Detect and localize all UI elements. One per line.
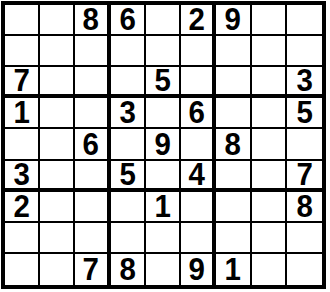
given-digit: 3 bbox=[119, 98, 135, 128]
cell-r5c5[interactable]: 9 bbox=[146, 129, 181, 160]
cell-r2c5[interactable] bbox=[146, 36, 181, 67]
given-digit: 7 bbox=[296, 161, 312, 190]
cell-r9c9[interactable] bbox=[287, 254, 322, 285]
cell-r5c6[interactable] bbox=[181, 129, 216, 160]
cell-r7c1[interactable]: 2 bbox=[5, 192, 40, 223]
given-digit: 9 bbox=[189, 254, 205, 285]
cell-r8c1[interactable] bbox=[5, 223, 40, 254]
cell-r3c3[interactable] bbox=[75, 67, 110, 98]
cell-r8c4[interactable] bbox=[111, 223, 146, 254]
cell-r7c8[interactable] bbox=[252, 192, 287, 223]
cell-r9c8[interactable] bbox=[252, 254, 287, 285]
cell-r4c1[interactable]: 1 bbox=[5, 98, 40, 129]
cell-r2c1[interactable] bbox=[5, 36, 40, 67]
cell-r1c6[interactable]: 2 bbox=[181, 5, 216, 36]
cell-r3c1[interactable]: 7 bbox=[5, 67, 40, 98]
cell-r1c2[interactable] bbox=[40, 5, 75, 36]
cell-r6c2[interactable] bbox=[40, 161, 75, 192]
cell-r2c4[interactable] bbox=[111, 36, 146, 67]
given-digit: 7 bbox=[13, 67, 29, 96]
given-digit: 9 bbox=[225, 5, 241, 35]
cell-r5c7[interactable]: 8 bbox=[216, 129, 251, 160]
cell-r9c7[interactable]: 1 bbox=[216, 254, 251, 285]
cell-r2c8[interactable] bbox=[252, 36, 287, 67]
cell-r4c5[interactable] bbox=[146, 98, 181, 129]
given-digit: 7 bbox=[83, 254, 99, 285]
cell-r3c4[interactable] bbox=[111, 67, 146, 98]
cell-r5c3[interactable]: 6 bbox=[75, 129, 110, 160]
cell-r3c5[interactable]: 5 bbox=[146, 67, 181, 98]
cell-r1c3[interactable]: 8 bbox=[75, 5, 110, 36]
cell-r1c1[interactable] bbox=[5, 5, 40, 36]
cell-r7c6[interactable] bbox=[181, 192, 216, 223]
cell-r1c7[interactable]: 9 bbox=[216, 5, 251, 36]
cell-r2c6[interactable] bbox=[181, 36, 216, 67]
cell-r4c2[interactable] bbox=[40, 98, 75, 129]
cell-r7c5[interactable]: 1 bbox=[146, 192, 181, 223]
cell-r2c7[interactable] bbox=[216, 36, 251, 67]
cell-r7c2[interactable] bbox=[40, 192, 75, 223]
given-digit: 5 bbox=[296, 98, 312, 128]
cell-r3c7[interactable] bbox=[216, 67, 251, 98]
cell-r5c8[interactable] bbox=[252, 129, 287, 160]
given-digit: 2 bbox=[13, 192, 29, 222]
cell-r5c9[interactable] bbox=[287, 129, 322, 160]
cell-r9c2[interactable] bbox=[40, 254, 75, 285]
cell-r2c2[interactable] bbox=[40, 36, 75, 67]
cell-r6c6[interactable]: 4 bbox=[181, 161, 216, 192]
cell-r8c8[interactable] bbox=[252, 223, 287, 254]
cell-r5c4[interactable] bbox=[111, 129, 146, 160]
cell-r5c2[interactable] bbox=[40, 129, 75, 160]
given-digit: 1 bbox=[225, 254, 241, 285]
cell-r1c9[interactable] bbox=[287, 5, 322, 36]
cell-r6c9[interactable]: 7 bbox=[287, 161, 322, 192]
cell-r7c4[interactable] bbox=[111, 192, 146, 223]
cell-r7c7[interactable] bbox=[216, 192, 251, 223]
cell-r6c8[interactable] bbox=[252, 161, 287, 192]
given-digit: 9 bbox=[154, 129, 170, 159]
cell-r4c7[interactable] bbox=[216, 98, 251, 129]
cell-r9c1[interactable] bbox=[5, 254, 40, 285]
given-digit: 6 bbox=[119, 5, 135, 35]
cell-r8c6[interactable] bbox=[181, 223, 216, 254]
cell-r9c6[interactable]: 9 bbox=[181, 254, 216, 285]
cell-r3c6[interactable] bbox=[181, 67, 216, 98]
given-digit: 8 bbox=[83, 5, 99, 35]
cell-r6c3[interactable] bbox=[75, 161, 110, 192]
cell-r3c9[interactable]: 3 bbox=[287, 67, 322, 98]
cell-r4c8[interactable] bbox=[252, 98, 287, 129]
cell-r4c6[interactable]: 6 bbox=[181, 98, 216, 129]
cell-r8c7[interactable] bbox=[216, 223, 251, 254]
cell-r2c9[interactable] bbox=[287, 36, 322, 67]
sudoku-board: 8629753136569835472187891 bbox=[1, 1, 326, 289]
given-digit: 8 bbox=[225, 129, 241, 159]
given-digit: 3 bbox=[296, 67, 312, 96]
given-digit: 2 bbox=[189, 5, 205, 35]
cell-r2c3[interactable] bbox=[75, 36, 110, 67]
cell-r4c9[interactable]: 5 bbox=[287, 98, 322, 129]
cell-r8c2[interactable] bbox=[40, 223, 75, 254]
given-digit: 3 bbox=[13, 161, 29, 190]
given-digit: 1 bbox=[13, 98, 29, 128]
cell-r9c3[interactable]: 7 bbox=[75, 254, 110, 285]
given-digit: 5 bbox=[119, 161, 135, 190]
cell-r7c9[interactable]: 8 bbox=[287, 192, 322, 223]
cell-r6c4[interactable]: 5 bbox=[111, 161, 146, 192]
cell-r4c3[interactable] bbox=[75, 98, 110, 129]
cell-r7c3[interactable] bbox=[75, 192, 110, 223]
given-digit: 6 bbox=[189, 98, 205, 128]
cell-r1c5[interactable] bbox=[146, 5, 181, 36]
given-digit: 8 bbox=[296, 192, 312, 222]
cell-r8c9[interactable] bbox=[287, 223, 322, 254]
cell-r3c2[interactable] bbox=[40, 67, 75, 98]
given-digit: 4 bbox=[189, 161, 205, 190]
cell-r6c7[interactable] bbox=[216, 161, 251, 192]
given-digit: 6 bbox=[83, 129, 99, 159]
cell-r8c5[interactable] bbox=[146, 223, 181, 254]
cell-r9c5[interactable] bbox=[146, 254, 181, 285]
cell-r3c8[interactable] bbox=[252, 67, 287, 98]
cell-r1c8[interactable] bbox=[252, 5, 287, 36]
cell-r4c4[interactable]: 3 bbox=[111, 98, 146, 129]
cell-r6c1[interactable]: 3 bbox=[5, 161, 40, 192]
cell-r9c4[interactable]: 8 bbox=[111, 254, 146, 285]
given-digit: 1 bbox=[154, 192, 170, 222]
cell-r6c5[interactable] bbox=[146, 161, 181, 192]
cell-r1c4[interactable]: 6 bbox=[111, 5, 146, 36]
given-digit: 8 bbox=[119, 254, 135, 285]
cell-r8c3[interactable] bbox=[75, 223, 110, 254]
given-digit: 5 bbox=[154, 67, 170, 96]
cell-r5c1[interactable] bbox=[5, 129, 40, 160]
